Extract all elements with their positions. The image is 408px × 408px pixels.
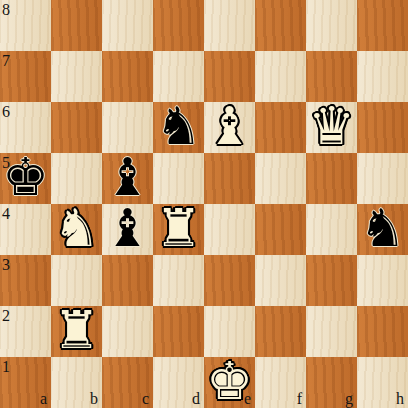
square-e3[interactable] <box>204 255 255 306</box>
rank-label-8: 8 <box>2 2 10 18</box>
square-h8[interactable] <box>357 0 408 51</box>
file-label-h: h <box>396 391 404 407</box>
square-g1[interactable]: g <box>306 357 357 408</box>
square-b2[interactable]: ♜ <box>51 306 102 357</box>
square-f5[interactable] <box>255 153 306 204</box>
rank-label-1: 1 <box>2 359 10 375</box>
square-d7[interactable] <box>153 51 204 102</box>
square-f4[interactable] <box>255 204 306 255</box>
file-label-f: f <box>297 391 302 407</box>
square-a6[interactable]: 6 <box>0 102 51 153</box>
square-e1[interactable]: e♚ <box>204 357 255 408</box>
square-c7[interactable] <box>102 51 153 102</box>
file-label-a: a <box>40 391 47 407</box>
square-e7[interactable] <box>204 51 255 102</box>
square-g3[interactable] <box>306 255 357 306</box>
square-h6[interactable] <box>357 102 408 153</box>
rank-label-5: 5 <box>2 155 10 171</box>
square-a7[interactable]: 7 <box>0 51 51 102</box>
square-h3[interactable] <box>357 255 408 306</box>
square-a3[interactable]: 3 <box>0 255 51 306</box>
square-c2[interactable] <box>102 306 153 357</box>
square-h5[interactable] <box>357 153 408 204</box>
square-b7[interactable] <box>51 51 102 102</box>
square-h4[interactable]: ♞ <box>357 204 408 255</box>
square-g5[interactable] <box>306 153 357 204</box>
file-label-d: d <box>192 391 200 407</box>
file-label-g: g <box>345 391 353 407</box>
square-e4[interactable] <box>204 204 255 255</box>
square-h7[interactable] <box>357 51 408 102</box>
square-g4[interactable] <box>306 204 357 255</box>
piece-white-bishop[interactable]: ♝ <box>206 101 253 152</box>
rank-label-7: 7 <box>2 53 10 69</box>
piece-white-rook[interactable]: ♜ <box>53 305 100 356</box>
square-b1[interactable]: b <box>51 357 102 408</box>
square-c6[interactable] <box>102 102 153 153</box>
square-d2[interactable] <box>153 306 204 357</box>
square-f3[interactable] <box>255 255 306 306</box>
square-f6[interactable] <box>255 102 306 153</box>
square-c8[interactable] <box>102 0 153 51</box>
square-c4[interactable]: ♝ <box>102 204 153 255</box>
square-h2[interactable] <box>357 306 408 357</box>
rank-label-6: 6 <box>2 104 10 120</box>
piece-white-rook[interactable]: ♜ <box>155 203 202 254</box>
square-a8[interactable]: 8 <box>0 0 51 51</box>
square-f1[interactable]: f <box>255 357 306 408</box>
piece-white-knight[interactable]: ♞ <box>53 203 100 254</box>
square-f7[interactable] <box>255 51 306 102</box>
square-f2[interactable] <box>255 306 306 357</box>
square-d6[interactable]: ♞ <box>153 102 204 153</box>
file-label-e: e <box>244 391 251 407</box>
file-label-b: b <box>90 391 98 407</box>
square-b5[interactable] <box>51 153 102 204</box>
rank-label-4: 4 <box>2 206 10 222</box>
square-h1[interactable]: h <box>357 357 408 408</box>
piece-black-knight[interactable]: ♞ <box>359 203 406 254</box>
rank-label-3: 3 <box>2 257 10 273</box>
square-e5[interactable] <box>204 153 255 204</box>
piece-black-knight[interactable]: ♞ <box>155 101 202 152</box>
square-c5[interactable]: ♝ <box>102 153 153 204</box>
square-c1[interactable]: c <box>102 357 153 408</box>
square-d4[interactable]: ♜ <box>153 204 204 255</box>
square-b4[interactable]: ♞ <box>51 204 102 255</box>
square-d1[interactable]: d <box>153 357 204 408</box>
file-label-c: c <box>142 391 149 407</box>
square-a2[interactable]: 2 <box>0 306 51 357</box>
square-f8[interactable] <box>255 0 306 51</box>
square-d3[interactable] <box>153 255 204 306</box>
rank-label-2: 2 <box>2 308 10 324</box>
piece-black-bishop[interactable]: ♝ <box>104 152 151 203</box>
square-e8[interactable] <box>204 0 255 51</box>
square-a1[interactable]: 1a <box>0 357 51 408</box>
square-e2[interactable] <box>204 306 255 357</box>
square-g7[interactable] <box>306 51 357 102</box>
chess-board: 876♞♝♛5♚♝4♞♝♜♞32♜1abcde♚fgh <box>0 0 408 408</box>
square-b3[interactable] <box>51 255 102 306</box>
square-g2[interactable] <box>306 306 357 357</box>
square-g8[interactable] <box>306 0 357 51</box>
square-d5[interactable] <box>153 153 204 204</box>
square-e6[interactable]: ♝ <box>204 102 255 153</box>
square-a5[interactable]: 5♚ <box>0 153 51 204</box>
square-g6[interactable]: ♛ <box>306 102 357 153</box>
square-d8[interactable] <box>153 0 204 51</box>
square-b6[interactable] <box>51 102 102 153</box>
square-c3[interactable] <box>102 255 153 306</box>
square-a4[interactable]: 4 <box>0 204 51 255</box>
square-b8[interactable] <box>51 0 102 51</box>
piece-white-queen[interactable]: ♛ <box>308 101 355 152</box>
piece-black-bishop[interactable]: ♝ <box>104 203 151 254</box>
